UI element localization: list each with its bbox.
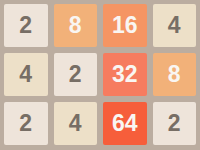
tile-value: 16 — [112, 14, 138, 37]
tile-value: 32 — [112, 63, 138, 86]
tile-value: 2 — [19, 14, 32, 37]
tile-value: 2 — [168, 112, 181, 135]
tile-r2c4: 8 — [153, 53, 197, 96]
tile-value: 2 — [69, 63, 82, 86]
tile-r2c3: 32 — [103, 53, 147, 96]
tile-r1c4: 4 — [153, 4, 197, 47]
tile-value: 8 — [168, 63, 181, 86]
tile-r3c2: 4 — [54, 102, 98, 145]
tile-value: 8 — [69, 14, 82, 37]
2048-board[interactable]: 281644232824642 — [0, 0, 200, 150]
tile-value: 4 — [19, 63, 32, 86]
tile-r3c4: 2 — [153, 102, 197, 145]
tile-value: 4 — [168, 14, 181, 37]
tile-value: 64 — [112, 112, 138, 135]
tile-r1c2: 8 — [54, 4, 98, 47]
tile-value: 4 — [69, 112, 82, 135]
tile-r1c1: 2 — [4, 4, 48, 47]
tile-r2c2: 2 — [54, 53, 98, 96]
tile-r1c3: 16 — [103, 4, 147, 47]
tile-r3c1: 2 — [4, 102, 48, 145]
tile-r2c1: 4 — [4, 53, 48, 96]
tile-r3c3: 64 — [103, 102, 147, 145]
tile-value: 2 — [19, 112, 32, 135]
